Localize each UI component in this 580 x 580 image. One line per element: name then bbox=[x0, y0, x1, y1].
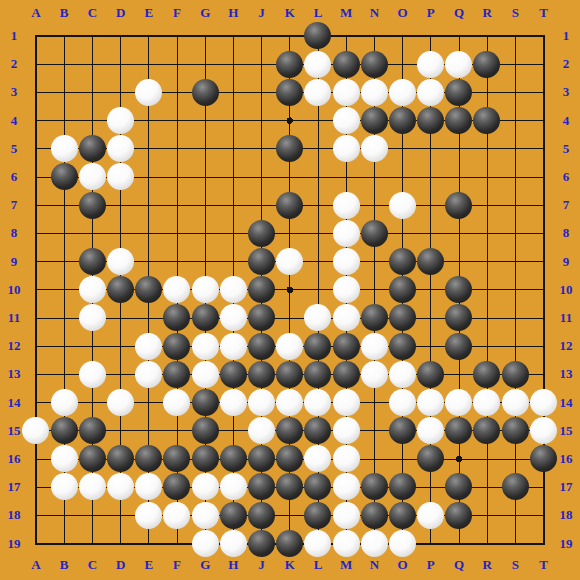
intersection[interactable] bbox=[529, 50, 557, 78]
intersection[interactable] bbox=[78, 219, 106, 247]
black-stone[interactable] bbox=[333, 51, 360, 78]
intersection[interactable] bbox=[219, 276, 247, 304]
intersection[interactable] bbox=[445, 360, 473, 388]
white-stone[interactable] bbox=[192, 530, 219, 557]
white-stone[interactable] bbox=[333, 276, 360, 303]
intersection[interactable] bbox=[417, 388, 445, 416]
black-stone[interactable] bbox=[192, 79, 219, 106]
intersection[interactable] bbox=[163, 78, 191, 106]
black-stone[interactable] bbox=[473, 51, 500, 78]
intersection[interactable] bbox=[388, 276, 416, 304]
intersection[interactable] bbox=[445, 106, 473, 134]
intersection[interactable] bbox=[501, 22, 529, 50]
intersection[interactable] bbox=[247, 360, 275, 388]
intersection[interactable] bbox=[106, 332, 134, 360]
intersection[interactable] bbox=[388, 219, 416, 247]
intersection[interactable] bbox=[417, 332, 445, 360]
intersection[interactable] bbox=[191, 473, 219, 501]
intersection[interactable] bbox=[106, 22, 134, 50]
black-stone[interactable] bbox=[276, 417, 303, 444]
intersection[interactable] bbox=[50, 304, 78, 332]
intersection[interactable] bbox=[417, 276, 445, 304]
intersection[interactable] bbox=[163, 135, 191, 163]
intersection[interactable] bbox=[501, 78, 529, 106]
white-stone[interactable] bbox=[79, 163, 106, 190]
intersection[interactable] bbox=[191, 276, 219, 304]
intersection[interactable] bbox=[276, 501, 304, 529]
intersection[interactable] bbox=[219, 191, 247, 219]
intersection[interactable] bbox=[219, 304, 247, 332]
white-stone[interactable] bbox=[333, 417, 360, 444]
intersection[interactable] bbox=[135, 388, 163, 416]
intersection[interactable] bbox=[501, 163, 529, 191]
white-stone[interactable] bbox=[220, 473, 247, 500]
intersection[interactable] bbox=[529, 22, 557, 50]
intersection[interactable] bbox=[332, 22, 360, 50]
white-stone[interactable] bbox=[417, 51, 444, 78]
black-stone[interactable] bbox=[163, 304, 190, 331]
intersection[interactable] bbox=[304, 360, 332, 388]
black-stone[interactable] bbox=[389, 107, 416, 134]
intersection[interactable] bbox=[360, 501, 388, 529]
white-stone[interactable] bbox=[361, 79, 388, 106]
intersection[interactable] bbox=[388, 388, 416, 416]
intersection[interactable] bbox=[163, 106, 191, 134]
white-stone[interactable] bbox=[163, 502, 190, 529]
white-stone[interactable] bbox=[192, 502, 219, 529]
intersection[interactable] bbox=[247, 163, 275, 191]
intersection[interactable] bbox=[417, 22, 445, 50]
intersection[interactable] bbox=[163, 360, 191, 388]
intersection[interactable] bbox=[473, 191, 501, 219]
white-stone[interactable] bbox=[333, 389, 360, 416]
intersection[interactable] bbox=[473, 445, 501, 473]
black-stone[interactable] bbox=[248, 445, 275, 472]
intersection[interactable] bbox=[163, 22, 191, 50]
intersection[interactable] bbox=[332, 50, 360, 78]
black-stone[interactable] bbox=[135, 276, 162, 303]
intersection[interactable] bbox=[219, 529, 247, 557]
white-stone[interactable] bbox=[276, 333, 303, 360]
intersection[interactable] bbox=[360, 219, 388, 247]
intersection[interactable] bbox=[191, 501, 219, 529]
intersection[interactable] bbox=[417, 106, 445, 134]
intersection[interactable] bbox=[22, 50, 50, 78]
intersection[interactable] bbox=[78, 529, 106, 557]
intersection[interactable] bbox=[388, 473, 416, 501]
intersection[interactable] bbox=[388, 247, 416, 275]
intersection[interactable] bbox=[78, 78, 106, 106]
white-stone[interactable] bbox=[107, 473, 134, 500]
intersection[interactable] bbox=[219, 78, 247, 106]
white-stone[interactable] bbox=[135, 502, 162, 529]
intersection[interactable] bbox=[247, 247, 275, 275]
intersection[interactable] bbox=[445, 163, 473, 191]
white-stone[interactable] bbox=[333, 530, 360, 557]
intersection[interactable] bbox=[473, 22, 501, 50]
intersection[interactable] bbox=[501, 50, 529, 78]
intersection[interactable] bbox=[529, 247, 557, 275]
intersection[interactable] bbox=[445, 501, 473, 529]
intersection[interactable] bbox=[417, 219, 445, 247]
intersection[interactable] bbox=[191, 50, 219, 78]
intersection[interactable] bbox=[106, 106, 134, 134]
intersection[interactable] bbox=[501, 247, 529, 275]
intersection[interactable] bbox=[78, 445, 106, 473]
black-stone[interactable] bbox=[79, 135, 106, 162]
white-stone[interactable] bbox=[79, 304, 106, 331]
white-stone[interactable] bbox=[333, 135, 360, 162]
intersection[interactable] bbox=[106, 501, 134, 529]
intersection[interactable] bbox=[135, 247, 163, 275]
intersection[interactable] bbox=[304, 22, 332, 50]
intersection[interactable] bbox=[163, 163, 191, 191]
intersection[interactable] bbox=[163, 219, 191, 247]
intersection[interactable] bbox=[219, 332, 247, 360]
intersection[interactable] bbox=[332, 332, 360, 360]
intersection[interactable] bbox=[501, 445, 529, 473]
black-stone[interactable] bbox=[445, 79, 472, 106]
black-stone[interactable] bbox=[445, 333, 472, 360]
intersection[interactable] bbox=[78, 135, 106, 163]
intersection[interactable] bbox=[22, 22, 50, 50]
black-stone[interactable] bbox=[276, 361, 303, 388]
black-stone[interactable] bbox=[445, 502, 472, 529]
intersection[interactable] bbox=[50, 106, 78, 134]
intersection[interactable] bbox=[276, 163, 304, 191]
black-stone[interactable] bbox=[192, 304, 219, 331]
intersection[interactable] bbox=[163, 332, 191, 360]
intersection[interactable] bbox=[417, 529, 445, 557]
black-stone[interactable] bbox=[163, 473, 190, 500]
intersection[interactable] bbox=[332, 219, 360, 247]
intersection[interactable] bbox=[135, 276, 163, 304]
intersection[interactable] bbox=[276, 106, 304, 134]
intersection[interactable] bbox=[473, 360, 501, 388]
black-stone[interactable] bbox=[304, 473, 331, 500]
intersection[interactable] bbox=[276, 135, 304, 163]
intersection[interactable] bbox=[501, 417, 529, 445]
intersection[interactable] bbox=[78, 106, 106, 134]
black-stone[interactable] bbox=[389, 333, 416, 360]
intersection[interactable] bbox=[219, 360, 247, 388]
intersection[interactable] bbox=[191, 247, 219, 275]
intersection[interactable] bbox=[417, 445, 445, 473]
black-stone[interactable] bbox=[304, 361, 331, 388]
intersection[interactable] bbox=[247, 388, 275, 416]
intersection[interactable] bbox=[50, 247, 78, 275]
white-stone[interactable] bbox=[107, 135, 134, 162]
intersection[interactable] bbox=[50, 191, 78, 219]
black-stone[interactable] bbox=[248, 248, 275, 275]
black-stone[interactable] bbox=[192, 417, 219, 444]
intersection[interactable] bbox=[360, 163, 388, 191]
intersection[interactable] bbox=[191, 332, 219, 360]
black-stone[interactable] bbox=[389, 276, 416, 303]
intersection[interactable] bbox=[445, 247, 473, 275]
white-stone[interactable] bbox=[389, 530, 416, 557]
intersection[interactable] bbox=[106, 360, 134, 388]
black-stone[interactable] bbox=[361, 51, 388, 78]
black-stone[interactable] bbox=[276, 530, 303, 557]
intersection[interactable] bbox=[332, 135, 360, 163]
white-stone[interactable] bbox=[192, 276, 219, 303]
black-stone[interactable] bbox=[389, 502, 416, 529]
black-stone[interactable] bbox=[530, 445, 557, 472]
black-stone[interactable] bbox=[389, 304, 416, 331]
intersection[interactable] bbox=[50, 388, 78, 416]
intersection[interactable] bbox=[388, 304, 416, 332]
black-stone[interactable] bbox=[417, 445, 444, 472]
intersection[interactable] bbox=[78, 163, 106, 191]
intersection[interactable] bbox=[135, 163, 163, 191]
white-stone[interactable] bbox=[135, 361, 162, 388]
intersection[interactable] bbox=[247, 191, 275, 219]
intersection[interactable] bbox=[106, 191, 134, 219]
intersection[interactable] bbox=[360, 106, 388, 134]
intersection[interactable] bbox=[135, 473, 163, 501]
intersection[interactable] bbox=[276, 445, 304, 473]
intersection[interactable] bbox=[135, 445, 163, 473]
white-stone[interactable] bbox=[192, 361, 219, 388]
intersection[interactable] bbox=[191, 219, 219, 247]
intersection[interactable] bbox=[304, 247, 332, 275]
black-stone[interactable] bbox=[417, 361, 444, 388]
intersection[interactable] bbox=[22, 78, 50, 106]
intersection[interactable] bbox=[445, 388, 473, 416]
intersection[interactable] bbox=[50, 473, 78, 501]
intersection[interactable] bbox=[219, 219, 247, 247]
intersection[interactable] bbox=[360, 276, 388, 304]
intersection[interactable] bbox=[417, 360, 445, 388]
intersection[interactable] bbox=[501, 191, 529, 219]
intersection[interactable] bbox=[106, 445, 134, 473]
white-stone[interactable] bbox=[417, 389, 444, 416]
white-stone[interactable] bbox=[333, 473, 360, 500]
white-stone[interactable] bbox=[276, 389, 303, 416]
intersection[interactable] bbox=[135, 304, 163, 332]
white-stone[interactable] bbox=[333, 220, 360, 247]
intersection[interactable] bbox=[388, 50, 416, 78]
white-stone[interactable] bbox=[51, 473, 78, 500]
intersection[interactable] bbox=[247, 304, 275, 332]
intersection[interactable] bbox=[332, 473, 360, 501]
intersection[interactable] bbox=[163, 191, 191, 219]
intersection[interactable] bbox=[276, 78, 304, 106]
intersection[interactable] bbox=[332, 78, 360, 106]
intersection[interactable] bbox=[106, 276, 134, 304]
intersection[interactable] bbox=[417, 50, 445, 78]
intersection[interactable] bbox=[529, 388, 557, 416]
intersection[interactable] bbox=[219, 417, 247, 445]
intersection[interactable] bbox=[191, 191, 219, 219]
white-stone[interactable] bbox=[361, 361, 388, 388]
black-stone[interactable] bbox=[248, 220, 275, 247]
intersection[interactable] bbox=[135, 50, 163, 78]
white-stone[interactable] bbox=[389, 79, 416, 106]
intersection[interactable] bbox=[219, 106, 247, 134]
intersection[interactable] bbox=[78, 191, 106, 219]
intersection[interactable] bbox=[219, 135, 247, 163]
intersection[interactable] bbox=[388, 417, 416, 445]
intersection[interactable] bbox=[417, 135, 445, 163]
intersection[interactable] bbox=[247, 106, 275, 134]
white-stone[interactable] bbox=[220, 530, 247, 557]
intersection[interactable] bbox=[332, 106, 360, 134]
intersection[interactable] bbox=[106, 304, 134, 332]
white-stone[interactable] bbox=[304, 530, 331, 557]
intersection[interactable] bbox=[50, 78, 78, 106]
intersection[interactable] bbox=[304, 473, 332, 501]
white-stone[interactable] bbox=[304, 445, 331, 472]
intersection[interactable] bbox=[332, 360, 360, 388]
intersection[interactable] bbox=[78, 332, 106, 360]
intersection[interactable] bbox=[417, 417, 445, 445]
intersection[interactable] bbox=[304, 191, 332, 219]
intersection[interactable] bbox=[219, 247, 247, 275]
intersection[interactable] bbox=[78, 388, 106, 416]
black-stone[interactable] bbox=[220, 445, 247, 472]
intersection[interactable] bbox=[388, 445, 416, 473]
intersection[interactable] bbox=[163, 501, 191, 529]
white-stone[interactable] bbox=[530, 389, 557, 416]
intersection[interactable] bbox=[332, 417, 360, 445]
black-stone[interactable] bbox=[248, 473, 275, 500]
intersection[interactable] bbox=[106, 247, 134, 275]
black-stone[interactable] bbox=[445, 192, 472, 219]
intersection[interactable] bbox=[78, 304, 106, 332]
white-stone[interactable] bbox=[361, 530, 388, 557]
intersection[interactable] bbox=[22, 304, 50, 332]
intersection[interactable] bbox=[247, 417, 275, 445]
intersection[interactable] bbox=[501, 473, 529, 501]
white-stone[interactable] bbox=[530, 417, 557, 444]
intersection[interactable] bbox=[445, 135, 473, 163]
white-stone[interactable] bbox=[276, 248, 303, 275]
intersection[interactable] bbox=[445, 276, 473, 304]
intersection[interactable] bbox=[247, 22, 275, 50]
black-stone[interactable] bbox=[192, 389, 219, 416]
white-stone[interactable] bbox=[304, 79, 331, 106]
intersection[interactable] bbox=[360, 417, 388, 445]
white-stone[interactable] bbox=[79, 361, 106, 388]
intersection[interactable] bbox=[78, 22, 106, 50]
intersection[interactable] bbox=[78, 417, 106, 445]
intersection[interactable] bbox=[50, 501, 78, 529]
black-stone[interactable] bbox=[79, 417, 106, 444]
white-stone[interactable] bbox=[304, 389, 331, 416]
intersection[interactable] bbox=[445, 191, 473, 219]
intersection[interactable] bbox=[276, 50, 304, 78]
intersection[interactable] bbox=[473, 106, 501, 134]
intersection[interactable] bbox=[529, 360, 557, 388]
intersection[interactable] bbox=[304, 50, 332, 78]
intersection[interactable] bbox=[332, 529, 360, 557]
intersection[interactable] bbox=[247, 135, 275, 163]
intersection[interactable] bbox=[473, 304, 501, 332]
intersection[interactable] bbox=[332, 276, 360, 304]
intersection[interactable] bbox=[360, 78, 388, 106]
intersection[interactable] bbox=[276, 22, 304, 50]
black-stone[interactable] bbox=[445, 473, 472, 500]
white-stone[interactable] bbox=[417, 79, 444, 106]
intersection[interactable] bbox=[78, 473, 106, 501]
intersection[interactable] bbox=[388, 106, 416, 134]
black-stone[interactable] bbox=[445, 276, 472, 303]
intersection[interactable] bbox=[445, 304, 473, 332]
white-stone[interactable] bbox=[192, 333, 219, 360]
intersection[interactable] bbox=[332, 388, 360, 416]
intersection[interactable] bbox=[473, 247, 501, 275]
white-stone[interactable] bbox=[220, 389, 247, 416]
black-stone[interactable] bbox=[361, 220, 388, 247]
black-stone[interactable] bbox=[361, 502, 388, 529]
white-stone[interactable] bbox=[417, 417, 444, 444]
intersection[interactable] bbox=[50, 276, 78, 304]
intersection[interactable] bbox=[417, 191, 445, 219]
intersection[interactable] bbox=[50, 163, 78, 191]
black-stone[interactable] bbox=[445, 107, 472, 134]
intersection[interactable] bbox=[163, 247, 191, 275]
intersection[interactable] bbox=[417, 501, 445, 529]
white-stone[interactable] bbox=[220, 276, 247, 303]
intersection[interactable] bbox=[247, 78, 275, 106]
black-stone[interactable] bbox=[502, 417, 529, 444]
intersection[interactable] bbox=[529, 219, 557, 247]
intersection[interactable] bbox=[135, 417, 163, 445]
intersection[interactable] bbox=[135, 22, 163, 50]
white-stone[interactable] bbox=[304, 304, 331, 331]
white-stone[interactable] bbox=[220, 333, 247, 360]
intersection[interactable] bbox=[135, 332, 163, 360]
black-stone[interactable] bbox=[220, 361, 247, 388]
intersection[interactable] bbox=[78, 276, 106, 304]
intersection[interactable] bbox=[191, 388, 219, 416]
white-stone[interactable] bbox=[107, 107, 134, 134]
intersection[interactable] bbox=[106, 473, 134, 501]
black-stone[interactable] bbox=[276, 135, 303, 162]
intersection[interactable] bbox=[247, 219, 275, 247]
black-stone[interactable] bbox=[163, 361, 190, 388]
white-stone[interactable] bbox=[389, 389, 416, 416]
intersection[interactable] bbox=[163, 276, 191, 304]
black-stone[interactable] bbox=[248, 502, 275, 529]
intersection[interactable] bbox=[22, 360, 50, 388]
intersection[interactable] bbox=[191, 163, 219, 191]
black-stone[interactable] bbox=[163, 445, 190, 472]
intersection[interactable] bbox=[501, 276, 529, 304]
intersection[interactable] bbox=[529, 501, 557, 529]
intersection[interactable] bbox=[529, 191, 557, 219]
intersection[interactable] bbox=[417, 163, 445, 191]
black-stone[interactable] bbox=[417, 248, 444, 275]
white-stone[interactable] bbox=[248, 417, 275, 444]
intersection[interactable] bbox=[501, 501, 529, 529]
black-stone[interactable] bbox=[389, 473, 416, 500]
intersection[interactable] bbox=[473, 219, 501, 247]
intersection[interactable] bbox=[417, 78, 445, 106]
intersection[interactable] bbox=[473, 473, 501, 501]
black-stone[interactable] bbox=[276, 79, 303, 106]
intersection[interactable] bbox=[106, 78, 134, 106]
intersection[interactable] bbox=[50, 50, 78, 78]
intersection[interactable] bbox=[304, 304, 332, 332]
white-stone[interactable] bbox=[333, 502, 360, 529]
intersection[interactable] bbox=[388, 501, 416, 529]
intersection[interactable] bbox=[191, 529, 219, 557]
intersection[interactable] bbox=[135, 191, 163, 219]
white-stone[interactable] bbox=[333, 445, 360, 472]
